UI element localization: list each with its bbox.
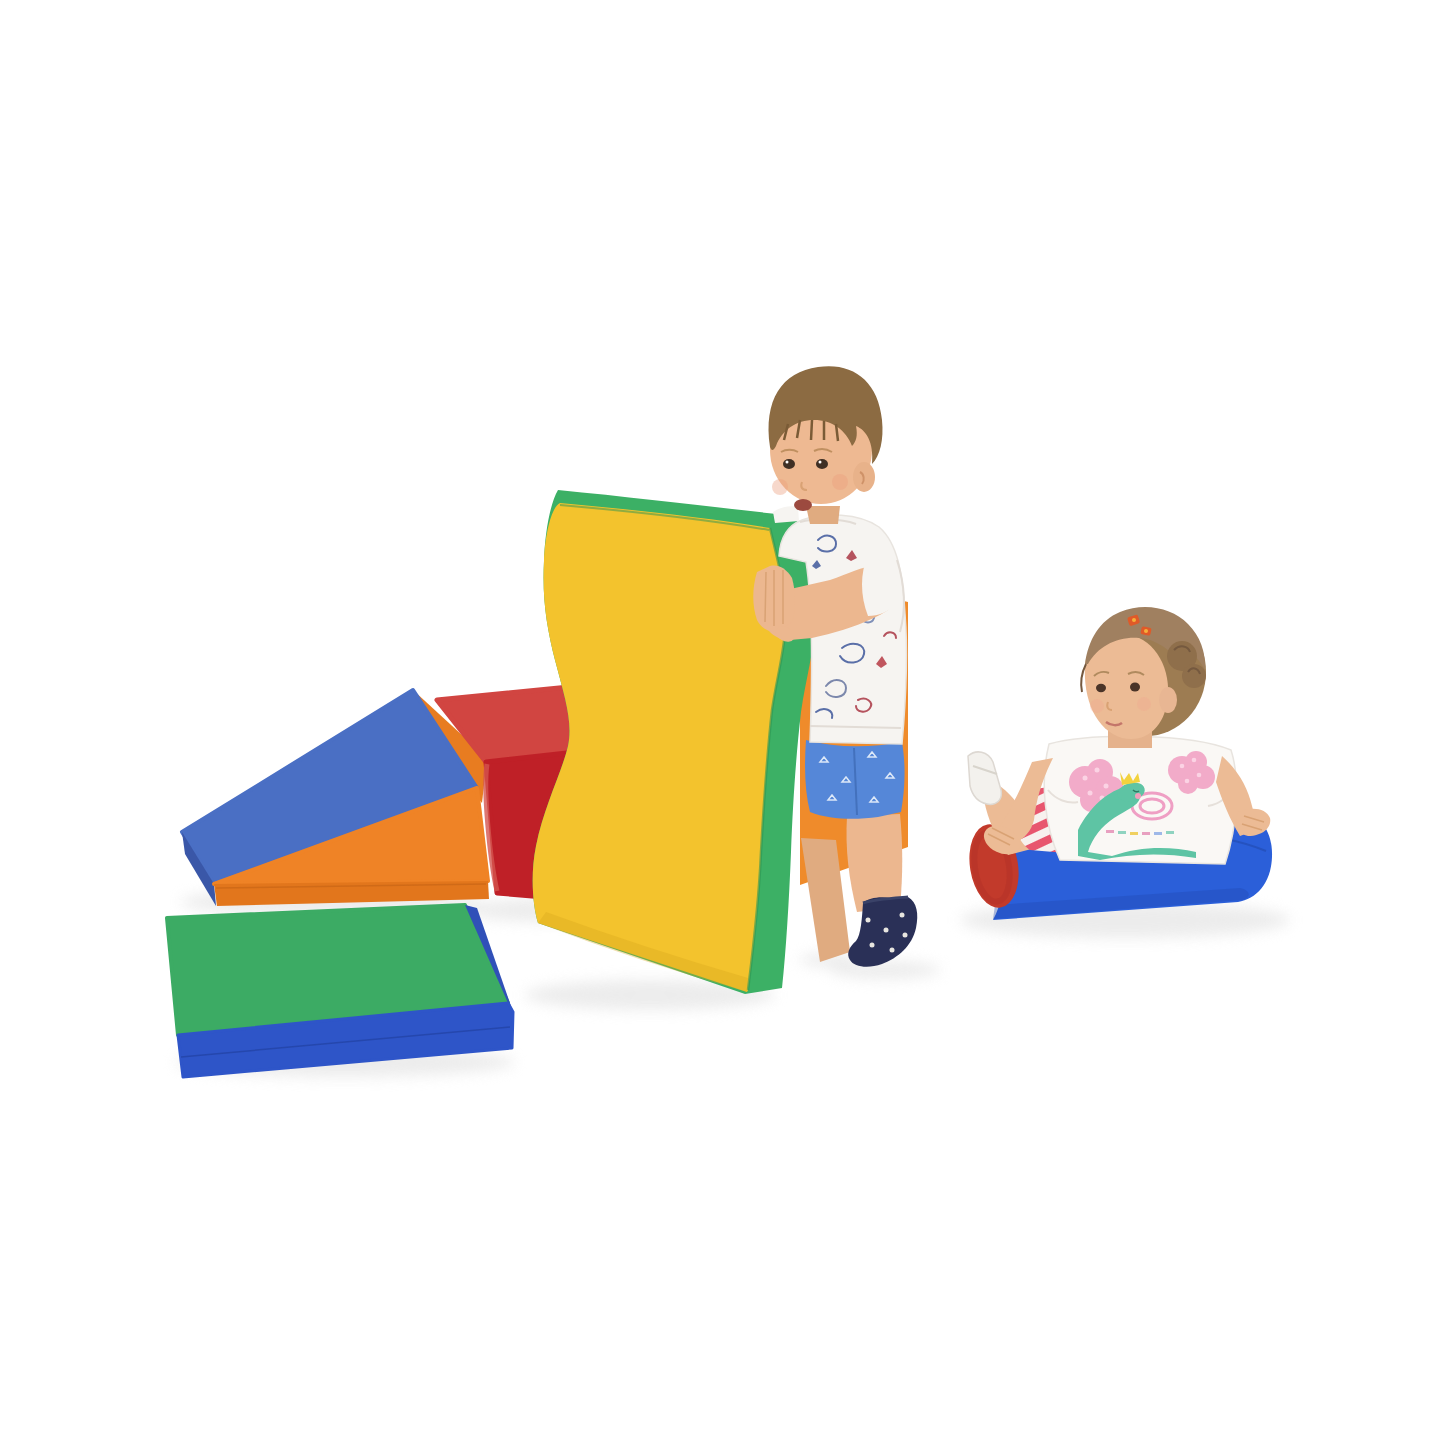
- girl-blush-right: [1137, 697, 1151, 711]
- foam-mat: [167, 905, 513, 1077]
- girl-sock: [968, 752, 1001, 804]
- girl-ear: [1159, 687, 1177, 713]
- girl-right-eye: [1130, 683, 1140, 692]
- panel-yellow-face: [533, 503, 786, 992]
- girl-left-eye: [1096, 684, 1106, 692]
- foam-wedge: [182, 690, 489, 906]
- girl-blush-left: [1090, 699, 1104, 713]
- boy-blush-left: [772, 479, 788, 495]
- girl-shirt: [1044, 736, 1236, 864]
- boy-mouth: [794, 499, 812, 511]
- boy-blush-right: [832, 474, 848, 490]
- dinosaur-cheek: [1135, 793, 1141, 799]
- photo-canvas: [0, 0, 1445, 1445]
- boy-neck: [806, 506, 840, 524]
- soft-play-scene: [0, 0, 1445, 1445]
- girl: [968, 607, 1270, 864]
- boy-eye-glint-2: [819, 461, 822, 464]
- boy-eye-glint: [786, 461, 789, 464]
- boy-shirt-shoulder: [773, 506, 799, 523]
- boy-right-eye: [816, 459, 828, 469]
- boy-left-eye: [783, 459, 795, 469]
